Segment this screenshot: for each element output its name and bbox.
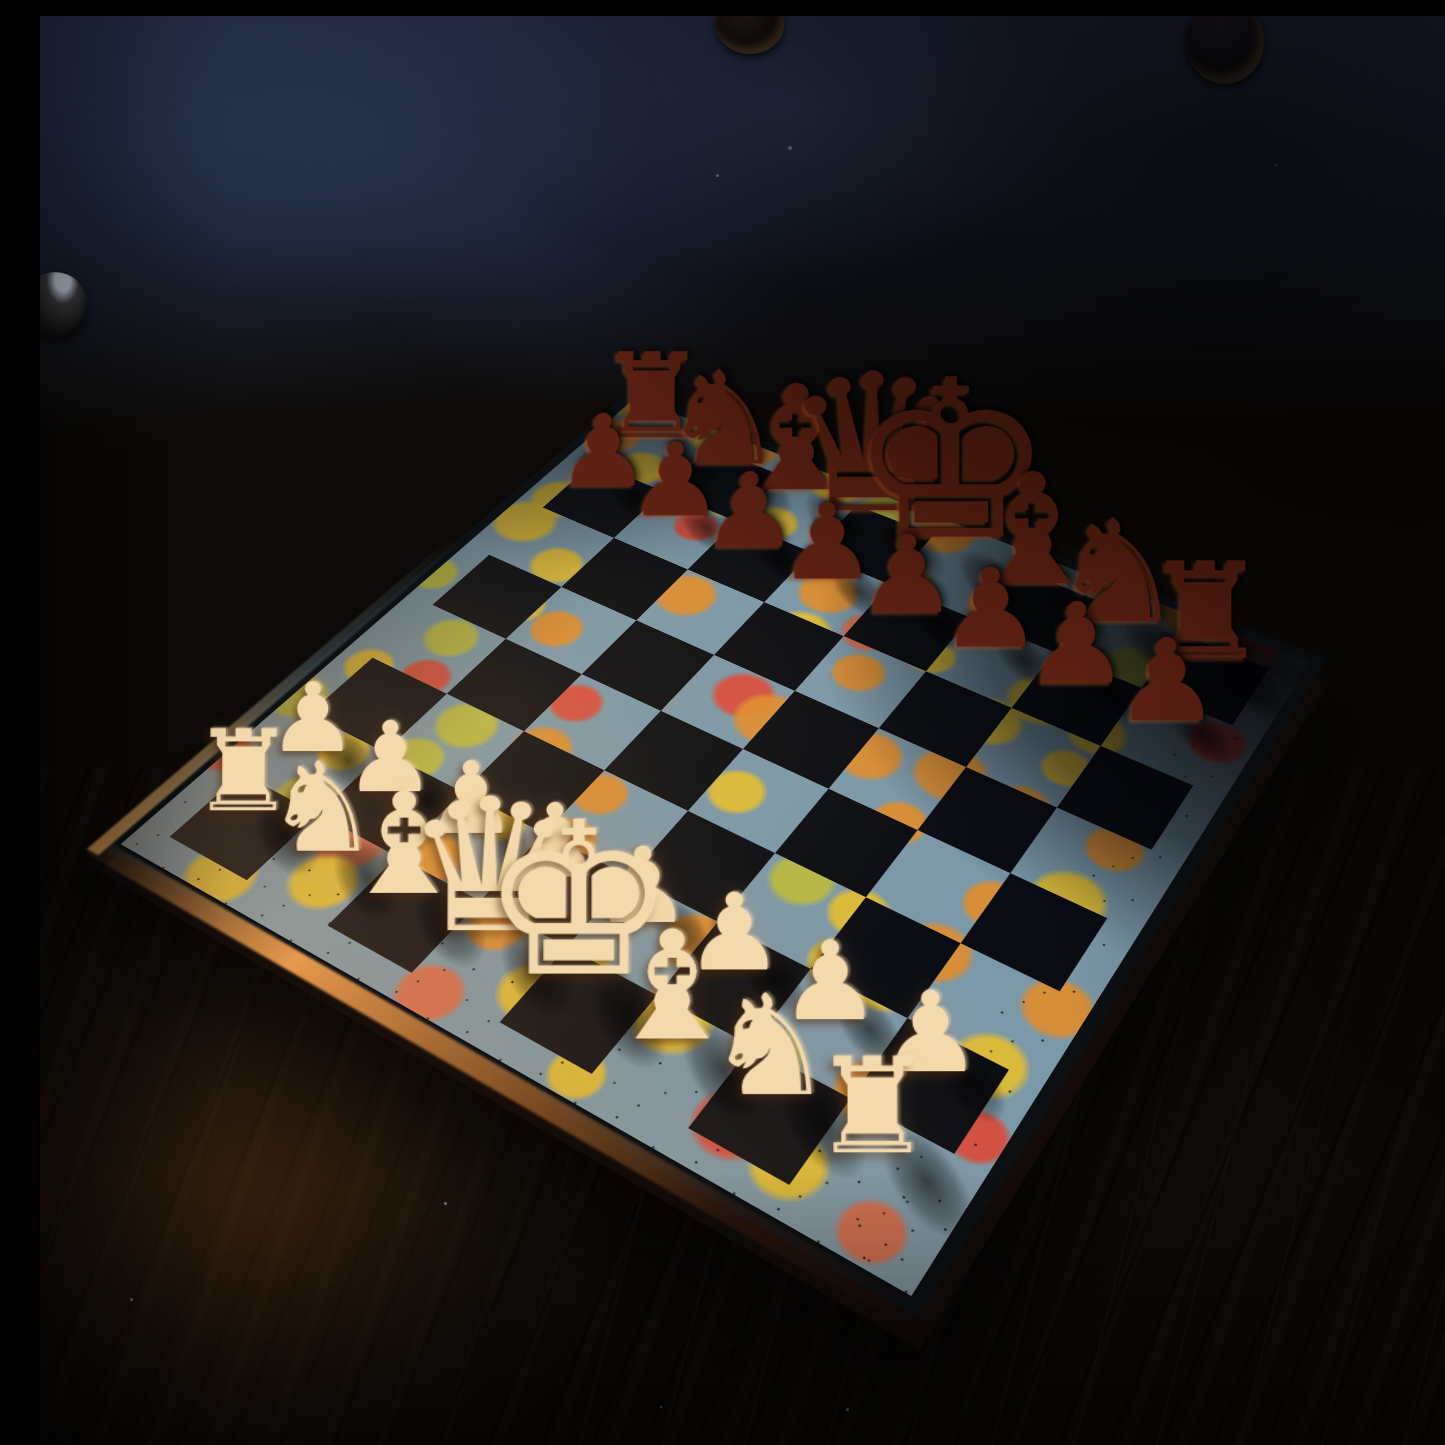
white-rook-glyph: ♜ [727,1032,1016,1181]
chess-board: ♜♞♝♛♚♝♞♜♟♟♟♟♟♟♟♟♟♟♟♟♟♟♟♟♜♞♝♛♚♝♞♜ [100,389,1326,1317]
chess-photo: Wooden chess pieces set up in the starti… [40,16,1445,1445]
scene: ♜♞♝♛♚♝♞♜♟♟♟♟♟♟♟♟♟♟♟♟♟♟♟♟♜♞♝♛♚♝♞♜ [40,16,1445,1445]
